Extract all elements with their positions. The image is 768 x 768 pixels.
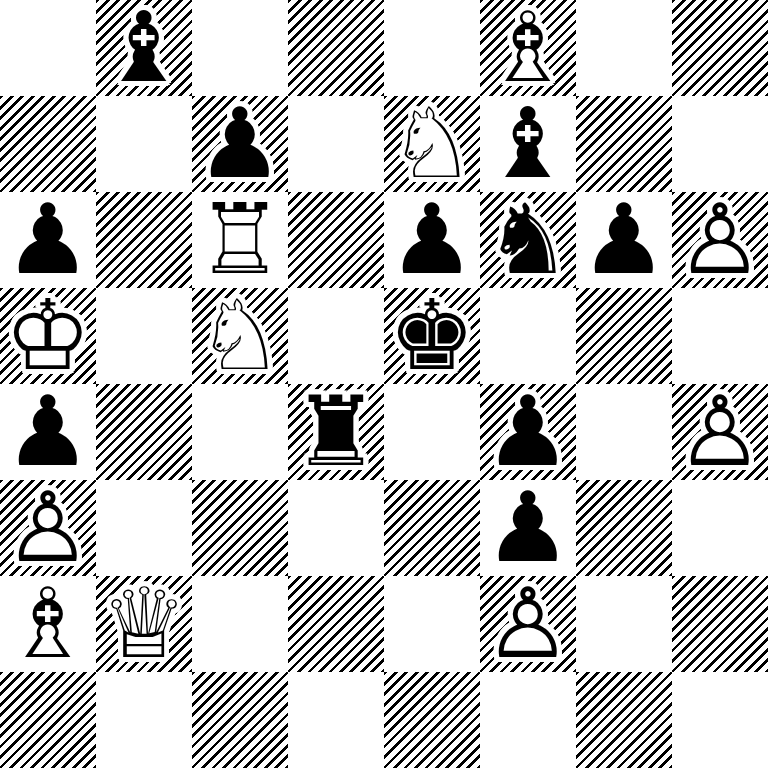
square-c3[interactable] xyxy=(192,480,288,576)
square-b4[interactable] xyxy=(96,384,192,480)
square-h1[interactable] xyxy=(672,672,768,768)
square-c6[interactable]: ♜♖ xyxy=(192,192,288,288)
piece-white-pawn[interactable]: ♟♙ xyxy=(480,576,576,672)
piece-black-pawn[interactable]: ♟♟ xyxy=(192,96,288,192)
white-pawn-glyph: ♙ xyxy=(677,384,764,480)
square-f6[interactable]: ♞♞ xyxy=(480,192,576,288)
square-e1[interactable] xyxy=(384,672,480,768)
square-b2[interactable]: ♛♕ xyxy=(96,576,192,672)
piece-white-knight[interactable]: ♞♘ xyxy=(192,288,288,384)
square-b1[interactable] xyxy=(96,672,192,768)
piece-white-king[interactable]: ♚♔ xyxy=(0,288,96,384)
square-c1[interactable] xyxy=(192,672,288,768)
square-c7[interactable]: ♟♟ xyxy=(192,96,288,192)
square-a8[interactable] xyxy=(0,0,96,96)
piece-white-knight[interactable]: ♞♘ xyxy=(384,96,480,192)
square-f3[interactable]: ♟♟ xyxy=(480,480,576,576)
square-e3[interactable] xyxy=(384,480,480,576)
square-c4[interactable] xyxy=(192,384,288,480)
square-b7[interactable] xyxy=(96,96,192,192)
square-f2[interactable]: ♟♙ xyxy=(480,576,576,672)
piece-white-bishop[interactable]: ♝♗ xyxy=(480,0,576,96)
square-d7[interactable] xyxy=(288,96,384,192)
black-pawn-glyph: ♟ xyxy=(389,192,476,288)
white-knight-glyph: ♘ xyxy=(389,96,476,192)
square-f4[interactable]: ♟♟ xyxy=(480,384,576,480)
square-a7[interactable] xyxy=(0,96,96,192)
square-a6[interactable]: ♟♟ xyxy=(0,192,96,288)
piece-black-pawn[interactable]: ♟♟ xyxy=(576,192,672,288)
piece-white-pawn[interactable]: ♟♙ xyxy=(0,480,96,576)
piece-black-pawn[interactable]: ♟♟ xyxy=(0,192,96,288)
black-bishop-glyph: ♝ xyxy=(101,0,188,96)
square-e2[interactable] xyxy=(384,576,480,672)
square-d1[interactable] xyxy=(288,672,384,768)
black-pawn-glyph: ♟ xyxy=(5,192,92,288)
square-c8[interactable] xyxy=(192,0,288,96)
square-g4[interactable] xyxy=(576,384,672,480)
black-rook-glyph: ♜ xyxy=(293,384,380,480)
piece-white-pawn[interactable]: ♟♙ xyxy=(672,384,768,480)
black-bishop-glyph: ♝ xyxy=(485,96,572,192)
black-pawn-glyph: ♟ xyxy=(581,192,668,288)
square-a4[interactable]: ♟♟ xyxy=(0,384,96,480)
piece-white-queen[interactable]: ♛♕ xyxy=(96,576,192,672)
black-pawn-glyph: ♟ xyxy=(197,96,284,192)
black-pawn-glyph: ♟ xyxy=(5,384,92,480)
square-h2[interactable] xyxy=(672,576,768,672)
piece-black-bishop[interactable]: ♝♝ xyxy=(96,0,192,96)
square-b6[interactable] xyxy=(96,192,192,288)
square-e4[interactable] xyxy=(384,384,480,480)
square-g6[interactable]: ♟♟ xyxy=(576,192,672,288)
square-b8[interactable]: ♝♝ xyxy=(96,0,192,96)
white-bishop-glyph: ♗ xyxy=(485,0,572,96)
square-h8[interactable] xyxy=(672,0,768,96)
square-g7[interactable] xyxy=(576,96,672,192)
piece-black-rook[interactable]: ♜♜ xyxy=(288,384,384,480)
white-pawn-glyph: ♙ xyxy=(5,480,92,576)
piece-white-bishop[interactable]: ♝♗ xyxy=(0,576,96,672)
chess-board: ♝♝♝♗♟♟♞♘♝♝♟♟♜♖♟♟♞♞♟♟♟♙♚♔♞♘♚♚♟♟♜♜♟♟♟♙♟♙♟♟… xyxy=(0,0,768,768)
square-a1[interactable] xyxy=(0,672,96,768)
square-f7[interactable]: ♝♝ xyxy=(480,96,576,192)
square-f5[interactable] xyxy=(480,288,576,384)
square-h6[interactable]: ♟♙ xyxy=(672,192,768,288)
square-a2[interactable]: ♝♗ xyxy=(0,576,96,672)
white-pawn-glyph: ♙ xyxy=(677,192,764,288)
square-g2[interactable] xyxy=(576,576,672,672)
square-a3[interactable]: ♟♙ xyxy=(0,480,96,576)
square-e5[interactable]: ♚♚ xyxy=(384,288,480,384)
square-e7[interactable]: ♞♘ xyxy=(384,96,480,192)
square-c2[interactable] xyxy=(192,576,288,672)
square-h5[interactable] xyxy=(672,288,768,384)
square-b5[interactable] xyxy=(96,288,192,384)
piece-white-rook[interactable]: ♜♖ xyxy=(192,192,288,288)
square-f8[interactable]: ♝♗ xyxy=(480,0,576,96)
square-d3[interactable] xyxy=(288,480,384,576)
square-b3[interactable] xyxy=(96,480,192,576)
square-f1[interactable] xyxy=(480,672,576,768)
white-knight-glyph: ♘ xyxy=(197,288,284,384)
square-d5[interactable] xyxy=(288,288,384,384)
white-rook-glyph: ♖ xyxy=(197,192,284,288)
square-h7[interactable] xyxy=(672,96,768,192)
black-pawn-glyph: ♟ xyxy=(485,384,572,480)
piece-black-knight[interactable]: ♞♞ xyxy=(480,192,576,288)
square-h3[interactable] xyxy=(672,480,768,576)
white-queen-glyph: ♕ xyxy=(101,576,188,672)
piece-black-pawn[interactable]: ♟♟ xyxy=(384,192,480,288)
piece-black-pawn[interactable]: ♟♟ xyxy=(0,384,96,480)
square-c5[interactable]: ♞♘ xyxy=(192,288,288,384)
square-e8[interactable] xyxy=(384,0,480,96)
piece-black-pawn[interactable]: ♟♟ xyxy=(480,480,576,576)
square-h4[interactable]: ♟♙ xyxy=(672,384,768,480)
piece-white-pawn[interactable]: ♟♙ xyxy=(672,192,768,288)
piece-black-king[interactable]: ♚♚ xyxy=(384,288,480,384)
square-d6[interactable] xyxy=(288,192,384,288)
piece-black-bishop[interactable]: ♝♝ xyxy=(480,96,576,192)
square-e6[interactable]: ♟♟ xyxy=(384,192,480,288)
square-a5[interactable]: ♚♔ xyxy=(0,288,96,384)
piece-black-pawn[interactable]: ♟♟ xyxy=(480,384,576,480)
square-d4[interactable]: ♜♜ xyxy=(288,384,384,480)
square-d8[interactable] xyxy=(288,0,384,96)
square-g8[interactable] xyxy=(576,0,672,96)
square-g3[interactable] xyxy=(576,480,672,576)
black-pawn-glyph: ♟ xyxy=(485,480,572,576)
white-king-glyph: ♔ xyxy=(5,288,92,384)
black-king-glyph: ♚ xyxy=(389,288,476,384)
black-knight-glyph: ♞ xyxy=(485,192,572,288)
square-g1[interactable] xyxy=(576,672,672,768)
square-g5[interactable] xyxy=(576,288,672,384)
white-pawn-glyph: ♙ xyxy=(485,576,572,672)
white-bishop-glyph: ♗ xyxy=(5,576,92,672)
square-d2[interactable] xyxy=(288,576,384,672)
